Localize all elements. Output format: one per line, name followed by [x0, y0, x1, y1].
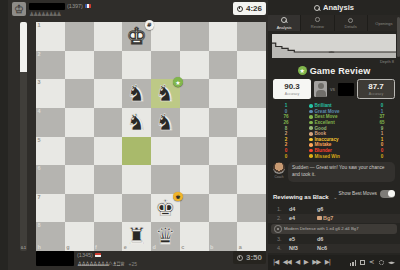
game-review-star-icon: ★: [298, 66, 307, 75]
square-f6[interactable]: [94, 165, 123, 194]
black-knight[interactable]: ♞: [122, 79, 151, 108]
square-f1[interactable]: [94, 22, 123, 51]
rank-label-4: 4: [38, 109, 41, 115]
black-knight[interactable]: ♞: [122, 108, 151, 137]
panel-tabs: AnalysisReviewiDetailsOpenings: [268, 15, 400, 31]
square-d6[interactable]: [151, 165, 180, 194]
file-label-b: b: [210, 245, 213, 251]
classification-dot-icon: [309, 110, 313, 114]
classification-row-inaccuracy[interactable]: 2Inaccuracy1: [275, 137, 393, 143]
square-h8[interactable]: 8h: [36, 222, 65, 251]
white-king-avatar-icon: ♔: [14, 3, 24, 16]
file-label-c: c: [181, 245, 184, 251]
board-icon[interactable]: [360, 260, 365, 265]
square-h3[interactable]: 3: [36, 79, 65, 108]
black-count: 1: [371, 109, 393, 114]
white-count: 8: [275, 126, 297, 131]
black-knight[interactable]: ♞: [151, 108, 180, 137]
rank-label-8: 8: [38, 223, 41, 229]
evaluation-graph[interactable]: [272, 34, 396, 58]
black-count: 65: [371, 120, 393, 125]
file-label-h: h: [38, 245, 41, 251]
move-row-2: 2.e4Bg7: [268, 214, 400, 223]
mate-badge: #: [145, 20, 155, 30]
chess-analysis-app: ♔ (1397) ♟♟♟♟♟♟♟♟ 4:26 0-1 1♚#23♞♞★4♞♞56…: [0, 0, 400, 270]
white-captured-pieces: ♟♟♟♟♟♟♟♟: [29, 11, 91, 17]
black-count: 1: [371, 131, 393, 136]
clock-icon: [237, 255, 243, 261]
black-move[interactable]: g6: [317, 206, 323, 212]
panel-title: Analysis: [323, 3, 354, 12]
white-count: 76: [275, 114, 297, 119]
square-d7[interactable]: ♚♚: [151, 194, 180, 223]
square-d8[interactable]: d♛: [151, 222, 180, 251]
square-c7[interactable]: [180, 194, 209, 223]
square-e7[interactable]: [122, 194, 151, 223]
book-move-icon: [317, 216, 322, 220]
square-b5[interactable]: [209, 137, 238, 166]
square-c5[interactable]: [180, 137, 209, 166]
evaluation-result: 0-1: [20, 246, 27, 250]
clock-icon: [237, 6, 243, 12]
white-count: 0: [275, 148, 297, 153]
square-b2[interactable]: [209, 51, 238, 80]
file-label-f: f: [95, 245, 97, 251]
white-clock-time: 4:26: [246, 4, 262, 13]
panel-header: Analysis: [268, 0, 400, 15]
square-e2[interactable]: [122, 51, 151, 80]
black-move[interactable]: d6: [317, 236, 323, 242]
square-e5[interactable]: [122, 137, 151, 166]
square-h7[interactable]: 7: [36, 194, 65, 223]
toggle-knob: [388, 190, 395, 197]
square-e4[interactable]: ♞: [122, 108, 151, 137]
coach-avatar: [273, 162, 285, 174]
search-icon: [314, 5, 320, 11]
black-count: 0: [371, 148, 393, 153]
opening-book-icon: [274, 225, 282, 233]
square-f4[interactable]: [94, 108, 123, 137]
square-f3[interactable]: [94, 79, 123, 108]
playback-controls: |◀◀◀◀▶▶▶▶| <: [268, 255, 400, 270]
settings-gear-icon[interactable]: [379, 260, 385, 266]
square-f2[interactable]: [94, 51, 123, 80]
square-g1[interactable]: [65, 22, 94, 51]
best-badge: ★: [173, 77, 183, 87]
white-player-rating: (1397): [67, 3, 83, 9]
classification-dot-icon: [309, 121, 313, 125]
white-count: 0: [275, 154, 297, 159]
square-b8[interactable]: b: [209, 222, 238, 251]
square-a7[interactable]: [237, 194, 266, 223]
info-icon: i: [348, 18, 353, 23]
rank-label-5: 5: [38, 138, 41, 144]
square-d5[interactable]: [151, 137, 180, 166]
white-count: 2: [275, 137, 297, 142]
white-clock: 4:26: [233, 2, 266, 15]
black-count: 9: [371, 126, 393, 131]
black-clock-time: 3:50: [246, 253, 262, 262]
black-move[interactable]: Nc6: [317, 245, 327, 251]
analysis-panel: Analysis AnalysisReviewiDetailsOpenings …: [268, 0, 400, 270]
square-g3[interactable]: [65, 79, 94, 108]
nav-back-button[interactable]: ◀: [295, 259, 299, 266]
square-h4[interactable]: 4: [36, 108, 65, 137]
coach-comment: Coach Sudden — Great win! You saw your c…: [273, 162, 395, 182]
white-count: 26: [275, 120, 297, 125]
square-e3[interactable]: ♞: [122, 79, 151, 108]
black-accuracy-card: 87.7 Accuracy: [357, 79, 395, 99]
black-queen[interactable]: ♛: [151, 222, 180, 251]
rank-label-6: 6: [38, 166, 41, 172]
nav-forward-button[interactable]: ▶: [304, 259, 308, 266]
stats-icon[interactable]: [350, 260, 356, 266]
share-icon[interactable]: <: [369, 259, 374, 266]
move-row-1: 1.d4g6: [268, 205, 400, 214]
square-b7[interactable]: [209, 194, 238, 223]
chevron-down-icon[interactable]: ⌄: [333, 194, 337, 200]
black-count: 37: [371, 114, 393, 119]
move-row-3: 3.e5d6: [268, 235, 400, 244]
coach-name: Coach: [274, 175, 283, 179]
tab-analysis[interactable]: Analysis: [268, 15, 300, 31]
circle-icon: [315, 17, 320, 23]
classification-dot-icon: [309, 149, 313, 153]
classification-row-good[interactable]: 8Good9: [275, 125, 393, 131]
classification-row-missed-win[interactable]: 0Missed Win0: [275, 153, 393, 159]
classification-row-blunder[interactable]: 0Blunder0: [275, 148, 393, 154]
classification-row-best-move[interactable]: 76Best Move37: [275, 114, 393, 120]
square-d2[interactable]: [151, 51, 180, 80]
square-g5[interactable]: [65, 137, 94, 166]
square-h5[interactable]: 5: [36, 137, 65, 166]
rank-label-1: 1: [38, 23, 41, 29]
square-g6[interactable]: [65, 165, 94, 194]
square-c3[interactable]: [180, 79, 209, 108]
square-e1[interactable]: ♚#: [122, 22, 151, 51]
square-d3[interactable]: ♞★: [151, 79, 180, 108]
square-g7[interactable]: [65, 194, 94, 223]
black-count: 0: [371, 103, 393, 108]
white-count: 2: [275, 131, 297, 136]
nav-fastforward-button[interactable]: ▶▶: [312, 259, 320, 266]
square-e8[interactable]: e♜: [122, 222, 151, 251]
opening-name-row[interactable]: Modern Defense with 1.e4 g6 2.d4 Bg7: [271, 224, 397, 234]
black-move[interactable]: Bg7: [317, 215, 333, 221]
square-b4[interactable]: [209, 108, 238, 137]
reviewing-as-label[interactable]: Reviewing as Black: [273, 194, 329, 200]
black-count: 1: [371, 137, 393, 142]
black-count: 0: [371, 142, 393, 147]
black-player-photo-censored: [338, 83, 354, 96]
evaluation-bar: 0-1: [20, 22, 27, 251]
square-g2[interactable]: [65, 51, 94, 80]
white-accuracy-card: 90.3 Accuracy: [273, 79, 311, 99]
black-rook[interactable]: ♜: [122, 222, 151, 251]
white-count: 1: [275, 103, 297, 108]
white-player-name-censored: [29, 3, 65, 10]
square-f5[interactable]: [94, 137, 123, 166]
square-c4[interactable]: [180, 108, 209, 137]
white-move[interactable]: Nf3: [289, 245, 317, 251]
square-g4[interactable]: [65, 108, 94, 137]
show-best-moves-toggle[interactable]: [380, 190, 395, 198]
rank-label-2: 2: [38, 52, 41, 58]
square-c8[interactable]: c: [180, 222, 209, 251]
france-flag-icon: [85, 4, 91, 8]
file-label-a: a: [239, 245, 242, 251]
square-h1[interactable]: 1: [36, 22, 65, 51]
nav-last-button[interactable]: ▶|: [325, 259, 330, 266]
white-count: 2: [275, 142, 297, 147]
game-area: ♔ (1397) ♟♟♟♟♟♟♟♟ 4:26 0-1 1♚#23♞♞★4♞♞56…: [0, 0, 268, 270]
square-f8[interactable]: f: [94, 222, 123, 251]
square-e6[interactable]: [122, 165, 151, 194]
black-clock: 3:50: [233, 251, 266, 264]
magnifier-icon: [281, 17, 287, 24]
square-g8[interactable]: g: [65, 222, 94, 251]
tab-review[interactable]: Review: [301, 15, 333, 31]
black-captured-pieces: ♙♙♙♙♙♙♙♙♘♗♖♕: [77, 261, 124, 267]
square-c2[interactable]: [180, 51, 209, 80]
move-classification-table: 1Brilliant00Great Move176Best Move3726Ex…: [275, 103, 393, 159]
black-player-avatar-name-censored: [36, 251, 74, 266]
square-c1[interactable]: [180, 22, 209, 51]
white-move[interactable]: e4: [289, 215, 317, 221]
square-d1[interactable]: [151, 22, 180, 51]
square-f7[interactable]: [94, 194, 123, 223]
classification-row-book[interactable]: 2Book1: [275, 131, 393, 137]
classification-row-great-move[interactable]: 0Great Move1: [275, 109, 393, 115]
square-a8[interactable]: a: [237, 222, 266, 251]
square-d4[interactable]: ♞: [151, 108, 180, 137]
classification-row-excellent[interactable]: 26Excellent65: [275, 120, 393, 126]
square-a2[interactable]: [237, 51, 266, 80]
nav-rewind-button[interactable]: ◀◀: [283, 259, 291, 266]
move-row-4: 4.Nf3Nc6: [268, 244, 400, 253]
square-a5[interactable]: [237, 137, 266, 166]
rank-label-3: 3: [38, 80, 41, 86]
tab-details[interactable]: iDetails: [335, 15, 367, 31]
square-a4[interactable]: [237, 108, 266, 137]
square-a1[interactable]: [237, 22, 266, 51]
classification-row-mistake[interactable]: 2Mistake0: [275, 142, 393, 148]
classification-dot-icon: [309, 132, 313, 136]
file-label-g: g: [66, 245, 69, 251]
show-best-moves-label: Show Best Moves: [339, 191, 377, 196]
classification-dot-icon: [309, 115, 313, 119]
chess-board[interactable]: 1♚#23♞♞★4♞♞567♚♚8hgfe♜d♛cba: [36, 22, 266, 251]
vs-label: vs: [330, 86, 335, 92]
black-player-rating: (1345): [77, 252, 93, 258]
bottom-player-bar: (1345) ♙♙♙♙♙♙♙♙♘♗♖♕ +25 3:50: [12, 251, 266, 269]
reviewing-row: Reviewing as Black ⌄ Show Best Moves: [273, 185, 395, 203]
square-b1[interactable]: [209, 22, 238, 51]
classification-dot-icon: [309, 126, 313, 130]
coach-comment-bubble: Sudden — Great win! You saw your chance …: [288, 162, 395, 182]
square-h2[interactable]: 2: [36, 51, 65, 80]
white-move[interactable]: d4: [289, 206, 317, 212]
material-advantage: +25: [129, 261, 137, 267]
accuracy-row: 90.3 Accuracy vs 87.7 Accuracy: [268, 77, 400, 101]
square-b3[interactable]: [209, 79, 238, 108]
square-c6[interactable]: [180, 165, 209, 194]
nav-first-button[interactable]: |◀: [273, 259, 278, 266]
white-count: 0: [275, 109, 297, 114]
classification-dot-icon: [309, 138, 313, 142]
classification-dot-icon: [309, 104, 313, 108]
winner-badge: ♚: [173, 192, 183, 202]
classification-dot-icon: [309, 154, 313, 158]
square-a3[interactable]: [237, 79, 266, 108]
classification-dot-icon: [309, 143, 313, 147]
white-player-avatar[interactable]: ♔: [12, 2, 26, 16]
square-a6[interactable]: [237, 165, 266, 194]
classification-row-brilliant[interactable]: 1Brilliant0: [275, 103, 393, 109]
top-player-bar: ♔ (1397) ♟♟♟♟♟♟♟♟ 4:26: [12, 2, 266, 20]
indonesia-flag-icon: [95, 253, 101, 257]
square-b6[interactable]: [209, 165, 238, 194]
game-review-title: ★ Game Review: [268, 64, 400, 77]
rank-label-7: 7: [38, 195, 41, 201]
black-count: 0: [371, 154, 393, 159]
evaluation-white-section: [20, 22, 27, 72]
square-h6[interactable]: 6: [36, 165, 65, 194]
white-player-photo: [314, 81, 327, 97]
white-move[interactable]: e5: [289, 236, 317, 242]
tab-openings[interactable]: Openings: [368, 15, 400, 31]
classroom-cap-icon[interactable]: [388, 261, 395, 264]
